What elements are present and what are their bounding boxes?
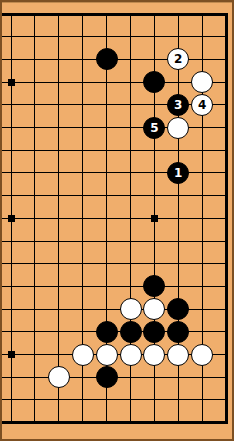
diagram-frame <box>0 0 234 441</box>
go-diagram: 23451 <box>0 0 234 441</box>
